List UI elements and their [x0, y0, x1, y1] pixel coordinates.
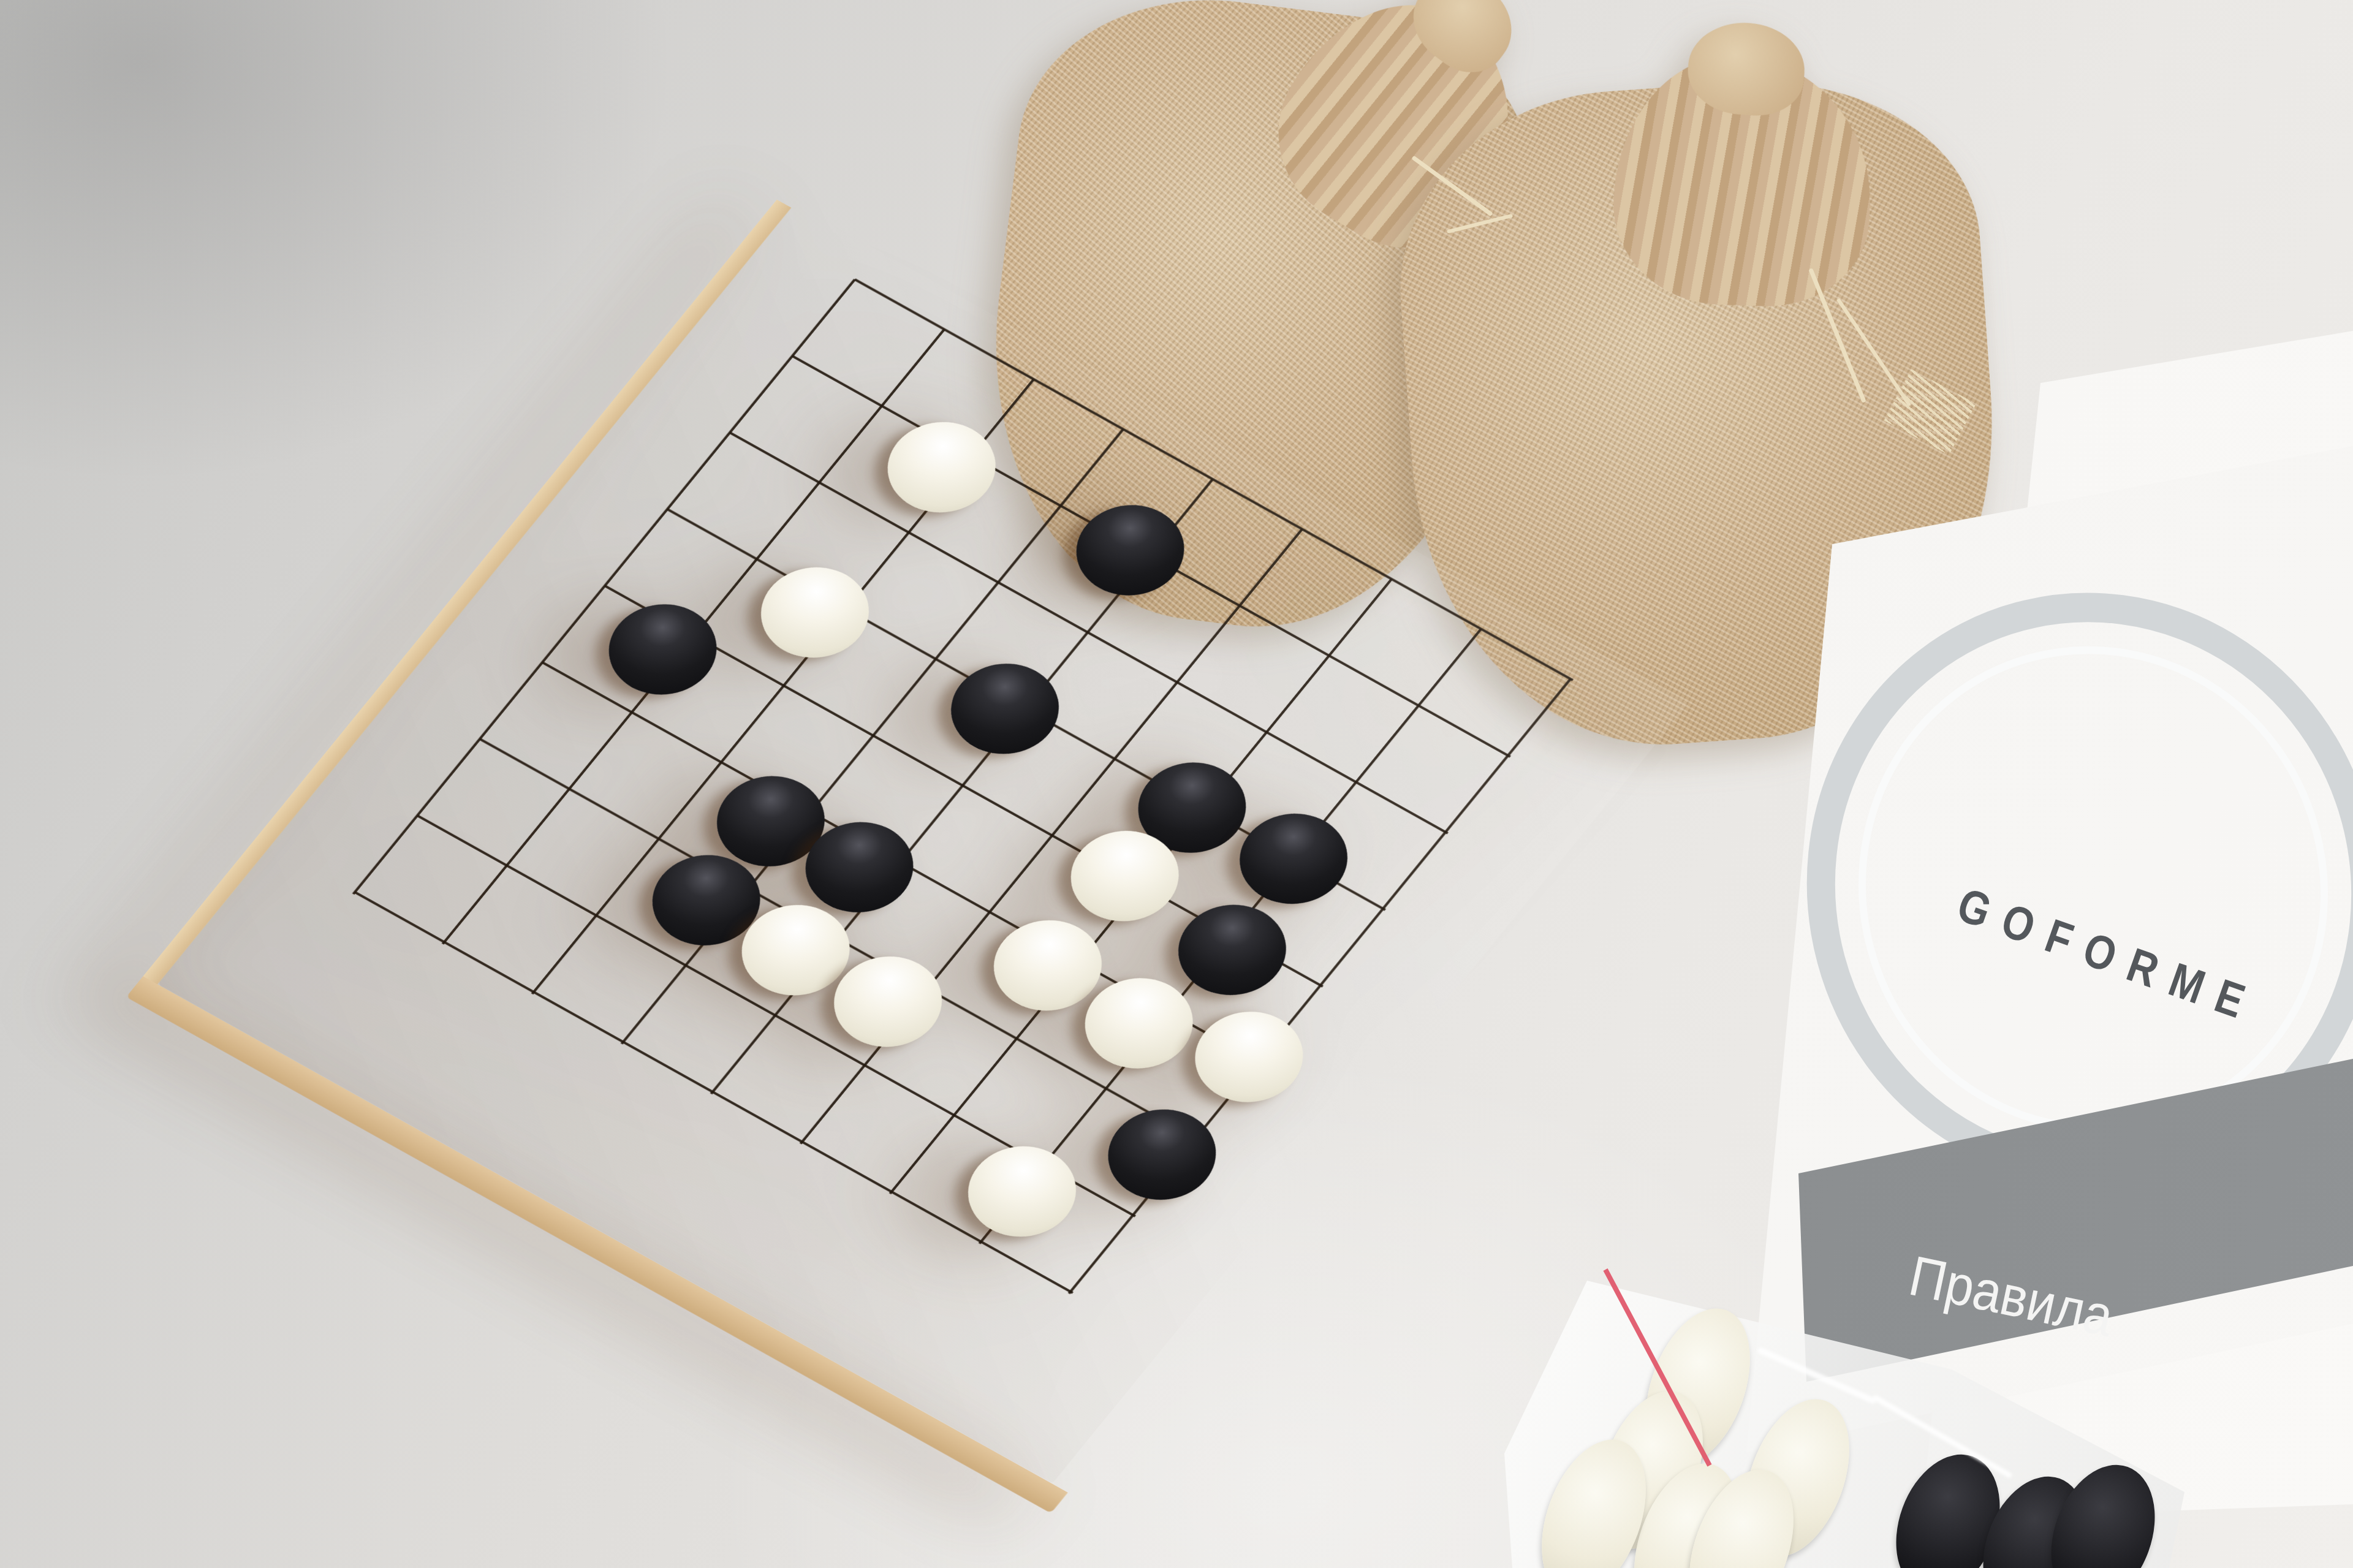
stone-packet — [1495, 1262, 2200, 1568]
go-set-photo: GOFORME Правила — [0, 0, 2353, 1568]
